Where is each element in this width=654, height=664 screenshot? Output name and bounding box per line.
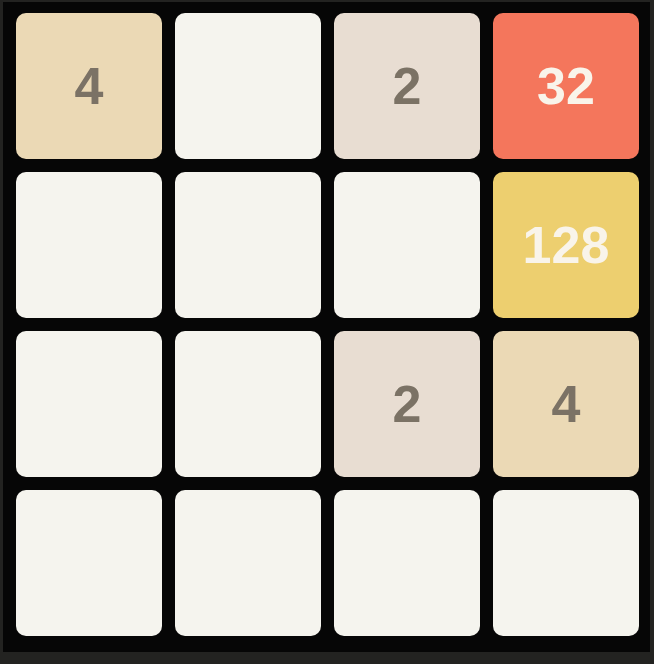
empty-cell-r2c3 bbox=[334, 172, 480, 318]
empty-cell-r3c2 bbox=[175, 331, 321, 477]
board-grid: 423212824 bbox=[16, 13, 639, 636]
tile-value: 128 bbox=[523, 219, 610, 271]
empty-cell-r1c2 bbox=[175, 13, 321, 159]
tile-32-r1c4: 32 bbox=[493, 13, 639, 159]
empty-cell-r2c2 bbox=[175, 172, 321, 318]
empty-cell-r4c2 bbox=[175, 490, 321, 636]
empty-cell-r4c1 bbox=[16, 490, 162, 636]
tile-4-r3c4: 4 bbox=[493, 331, 639, 477]
tile-value: 32 bbox=[537, 60, 595, 112]
empty-cell-r4c3 bbox=[334, 490, 480, 636]
game-board-2048[interactable]: 423212824 bbox=[3, 2, 650, 652]
tile-value: 4 bbox=[75, 60, 104, 112]
empty-cell-r2c1 bbox=[16, 172, 162, 318]
tile-128-r2c4: 128 bbox=[493, 172, 639, 318]
tile-2-r1c3: 2 bbox=[334, 13, 480, 159]
empty-cell-r3c1 bbox=[16, 331, 162, 477]
tile-2-r3c3: 2 bbox=[334, 331, 480, 477]
tile-value: 2 bbox=[393, 378, 422, 430]
tile-value: 2 bbox=[393, 60, 422, 112]
empty-cell-r4c4 bbox=[493, 490, 639, 636]
tile-4-r1c1: 4 bbox=[16, 13, 162, 159]
tile-value: 4 bbox=[552, 378, 581, 430]
